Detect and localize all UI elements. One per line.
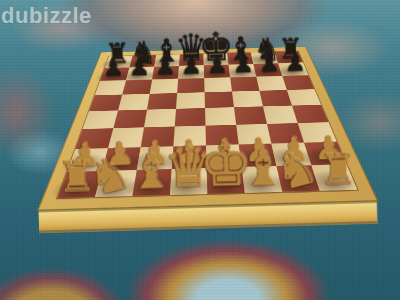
- black-pawn-g7: ♟: [258, 53, 280, 76]
- square-b4: [113, 110, 147, 129]
- black-pawn-b7: ♟: [128, 57, 150, 80]
- square-c5: [147, 93, 177, 110]
- square-a6: [95, 80, 126, 95]
- square-g4: [263, 106, 298, 124]
- square-e5: [205, 91, 234, 108]
- white-rook-h1: ♜: [318, 150, 357, 190]
- square-h4: [292, 105, 328, 123]
- square-h5: [287, 89, 321, 105]
- square-e4: [205, 107, 236, 125]
- square-c1: ♝: [132, 169, 171, 196]
- square-d4: [175, 108, 206, 126]
- board-grid: ♜♞♝♛♚♝♞♜♟♟♟♟♟♟♟♟♟♟♟♟♟♟♟♟♜♞♝♛♚♝♞♜: [58, 51, 358, 198]
- black-pawn-c7: ♟: [154, 56, 176, 79]
- square-e1: ♚: [207, 167, 245, 194]
- board-frame: ♜♞♝♛♚♝♞♜♟♟♟♟♟♟♟♟♟♟♟♟♟♟♟♟♜♞♝♛♚♝♞♜: [37, 46, 378, 210]
- square-a1: ♜: [58, 171, 102, 198]
- black-pawn-e7: ♟: [206, 55, 228, 78]
- square-c4: [144, 109, 176, 128]
- square-d5: [176, 92, 205, 109]
- square-b7: ♟: [126, 67, 154, 81]
- square-h6: [282, 75, 314, 90]
- square-f4: [234, 106, 267, 124]
- square-d7: ♟: [178, 65, 204, 78]
- watermark-text: dubizzle: [1, 3, 92, 29]
- board-front-edge: [39, 201, 378, 233]
- black-pawn-h7: ♟: [284, 53, 306, 76]
- square-f6: [230, 77, 259, 92]
- square-e7: ♟: [204, 65, 230, 78]
- white-bishop-c1: ♝: [128, 149, 173, 195]
- square-b6: [122, 80, 152, 95]
- chess-board: ♜♞♝♛♚♝♞♜♟♟♟♟♟♟♟♟♟♟♟♟♟♟♟♟♜♞♝♛♚♝♞♜: [73, 0, 336, 240]
- square-g1: ♞: [277, 165, 320, 192]
- square-f7: ♟: [229, 64, 257, 77]
- square-c6: [150, 79, 178, 94]
- square-f5: [232, 91, 263, 107]
- black-pawn-f7: ♟: [232, 54, 254, 77]
- square-b5: [118, 94, 150, 111]
- black-pawn-a7: ♟: [102, 58, 124, 81]
- black-pawn-d7: ♟: [180, 55, 202, 78]
- white-king-e1: ♚: [198, 137, 253, 193]
- white-rook-a1: ♜: [56, 157, 95, 197]
- square-g7: ♟: [253, 63, 282, 76]
- photo-scene: ♜♞♝♛♚♝♞♜♟♟♟♟♟♟♟♟♟♟♟♟♟♟♟♟♜♞♝♛♚♝♞♜ dubizzl…: [0, 0, 400, 300]
- square-e6: [204, 77, 232, 92]
- square-d6: [177, 78, 204, 93]
- square-h7: ♟: [278, 63, 308, 76]
- square-b1: ♞: [95, 170, 137, 197]
- square-c7: ♟: [152, 66, 179, 80]
